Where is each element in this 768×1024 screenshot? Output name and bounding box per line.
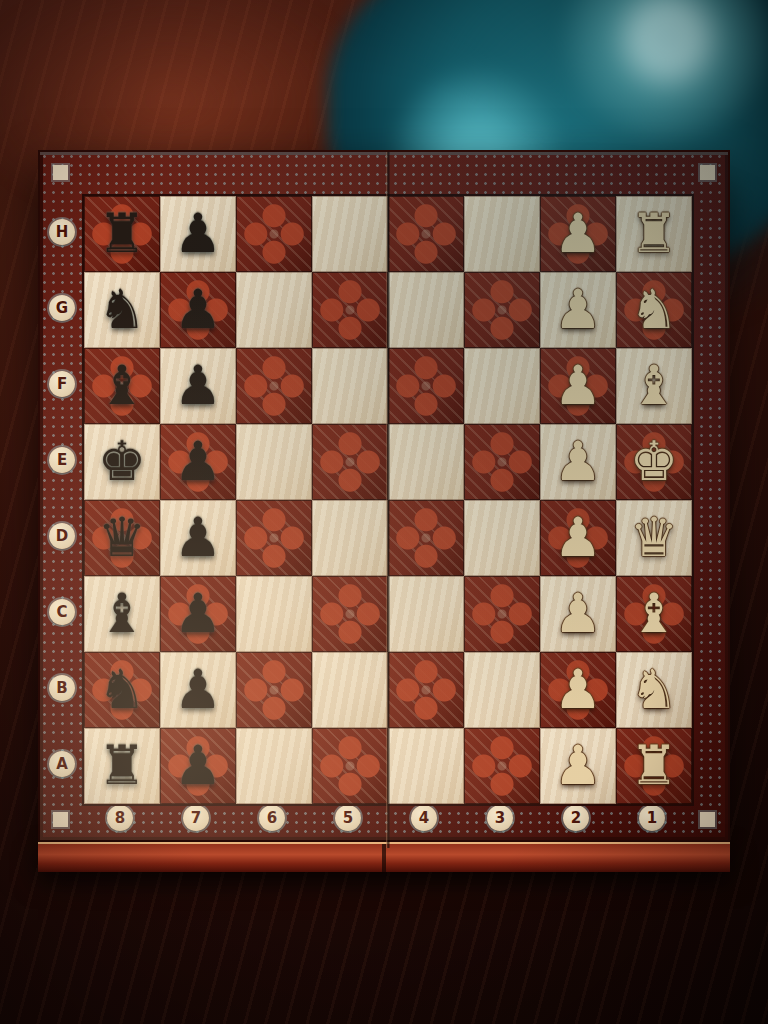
square-g8: ♞ xyxy=(84,272,160,348)
square-e3 xyxy=(464,424,540,500)
square-d6 xyxy=(236,500,312,576)
rank-label-3: 3 xyxy=(487,805,513,831)
square-c5 xyxy=(312,576,388,652)
square-e1: ♚ xyxy=(616,424,692,500)
square-d2: ♟ xyxy=(540,500,616,576)
square-f4 xyxy=(388,348,464,424)
piece-white-p-c2: ♟ xyxy=(554,587,602,641)
piece-black-r-a8: ♜ xyxy=(98,739,146,793)
piece-white-n-b1: ♞ xyxy=(630,663,678,717)
file-coordinate-labels: HGFEDCBA xyxy=(45,194,79,802)
rank-label-1: 1 xyxy=(639,805,665,831)
square-b8: ♞ xyxy=(84,652,160,728)
file-label-e: E xyxy=(49,447,75,473)
square-h8: ♜ xyxy=(84,196,160,272)
square-f6 xyxy=(236,348,312,424)
rank-label-8: 8 xyxy=(107,805,133,831)
board-box-side-rim xyxy=(38,842,730,872)
rank-label-6: 6 xyxy=(259,805,285,831)
square-b1: ♞ xyxy=(616,652,692,728)
piece-white-p-f2: ♟ xyxy=(554,359,602,413)
square-f1: ♝ xyxy=(616,348,692,424)
square-g2: ♟ xyxy=(540,272,616,348)
square-g7: ♟ xyxy=(160,272,236,348)
square-a8: ♜ xyxy=(84,728,160,804)
square-d4 xyxy=(388,500,464,576)
piece-black-p-e7: ♟ xyxy=(174,435,222,489)
square-c4 xyxy=(388,576,464,652)
piece-black-p-f7: ♟ xyxy=(174,359,222,413)
border-corner-cell xyxy=(53,812,68,827)
photo-chess-scene: { "game": "chess", "scene": { "descripti… xyxy=(0,0,768,1024)
rank-label-5: 5 xyxy=(335,805,361,831)
square-d7: ♟ xyxy=(160,500,236,576)
piece-white-n-g1: ♞ xyxy=(630,283,678,337)
square-d3 xyxy=(464,500,540,576)
file-label-f: F xyxy=(49,371,75,397)
square-b4 xyxy=(388,652,464,728)
square-a6 xyxy=(236,728,312,804)
piece-white-p-g2: ♟ xyxy=(554,283,602,337)
square-a7: ♟ xyxy=(160,728,236,804)
chess-board-frame: HGFEDCBA 87654321 ♜♟♟♜♞♟♟♞♝♟♟♝♚♟♟♚♛♟♟♛♝♟… xyxy=(38,150,730,842)
piece-black-n-g8: ♞ xyxy=(98,283,146,337)
piece-black-p-c7: ♟ xyxy=(174,587,222,641)
piece-black-p-b7: ♟ xyxy=(174,663,222,717)
square-d5 xyxy=(312,500,388,576)
square-c6 xyxy=(236,576,312,652)
square-c3 xyxy=(464,576,540,652)
square-g5 xyxy=(312,272,388,348)
square-f2: ♟ xyxy=(540,348,616,424)
piece-white-r-h1: ♜ xyxy=(630,207,678,261)
square-c8: ♝ xyxy=(84,576,160,652)
piece-black-p-a7: ♟ xyxy=(174,739,222,793)
piece-black-b-c8: ♝ xyxy=(98,587,146,641)
piece-black-n-b8: ♞ xyxy=(98,663,146,717)
file-label-h: H xyxy=(49,219,75,245)
piece-white-p-d2: ♟ xyxy=(554,511,602,565)
piece-black-k-e8: ♚ xyxy=(98,435,146,489)
square-g6 xyxy=(236,272,312,348)
square-a4 xyxy=(388,728,464,804)
piece-white-k-e1: ♚ xyxy=(630,435,678,489)
file-label-c: C xyxy=(49,599,75,625)
square-f8: ♝ xyxy=(84,348,160,424)
piece-white-p-h2: ♟ xyxy=(554,207,602,261)
rank-label-2: 2 xyxy=(563,805,589,831)
file-label-d: D xyxy=(49,523,75,549)
border-corner-cell xyxy=(700,165,715,180)
square-a3 xyxy=(464,728,540,804)
square-h3 xyxy=(464,196,540,272)
piece-white-r-a1: ♜ xyxy=(630,739,678,793)
piece-white-b-f1: ♝ xyxy=(630,359,678,413)
square-h5 xyxy=(312,196,388,272)
square-h1: ♜ xyxy=(616,196,692,272)
square-d1: ♛ xyxy=(616,500,692,576)
square-b2: ♟ xyxy=(540,652,616,728)
square-e6 xyxy=(236,424,312,500)
rank-label-4: 4 xyxy=(411,805,437,831)
square-b3 xyxy=(464,652,540,728)
square-e4 xyxy=(388,424,464,500)
piece-white-p-b2: ♟ xyxy=(554,663,602,717)
piece-black-p-h7: ♟ xyxy=(174,207,222,261)
square-h4 xyxy=(388,196,464,272)
square-f5 xyxy=(312,348,388,424)
piece-white-p-a2: ♟ xyxy=(554,739,602,793)
rim-fold-seam xyxy=(382,844,386,872)
chess-board-grid: ♜♟♟♜♞♟♟♞♝♟♟♝♚♟♟♚♛♟♟♛♝♟♟♝♞♟♟♞♜♟♟♜ xyxy=(82,194,694,806)
square-e7: ♟ xyxy=(160,424,236,500)
square-e5 xyxy=(312,424,388,500)
piece-black-r-h8: ♜ xyxy=(98,207,146,261)
border-corner-cell xyxy=(700,812,715,827)
piece-white-p-e2: ♟ xyxy=(554,435,602,489)
square-a1: ♜ xyxy=(616,728,692,804)
square-c1: ♝ xyxy=(616,576,692,652)
file-label-g: G xyxy=(49,295,75,321)
piece-black-p-d7: ♟ xyxy=(174,511,222,565)
piece-black-b-f8: ♝ xyxy=(98,359,146,413)
square-e2: ♟ xyxy=(540,424,616,500)
square-a2: ♟ xyxy=(540,728,616,804)
square-b6 xyxy=(236,652,312,728)
piece-white-b-c1: ♝ xyxy=(630,587,678,641)
square-h2: ♟ xyxy=(540,196,616,272)
file-label-a: A xyxy=(49,751,75,777)
square-b7: ♟ xyxy=(160,652,236,728)
piece-black-q-d8: ♛ xyxy=(98,511,146,565)
square-h6 xyxy=(236,196,312,272)
border-corner-cell xyxy=(53,165,68,180)
piece-black-p-g7: ♟ xyxy=(174,283,222,337)
square-c7: ♟ xyxy=(160,576,236,652)
square-f3 xyxy=(464,348,540,424)
square-g1: ♞ xyxy=(616,272,692,348)
square-a5 xyxy=(312,728,388,804)
square-b5 xyxy=(312,652,388,728)
square-g4 xyxy=(388,272,464,348)
rank-label-7: 7 xyxy=(183,805,209,831)
square-d8: ♛ xyxy=(84,500,160,576)
file-label-b: B xyxy=(49,675,75,701)
piece-white-q-d1: ♛ xyxy=(630,511,678,565)
square-f7: ♟ xyxy=(160,348,236,424)
square-c2: ♟ xyxy=(540,576,616,652)
square-e8: ♚ xyxy=(84,424,160,500)
square-g3 xyxy=(464,272,540,348)
board-fold-seam xyxy=(386,152,390,848)
square-h7: ♟ xyxy=(160,196,236,272)
